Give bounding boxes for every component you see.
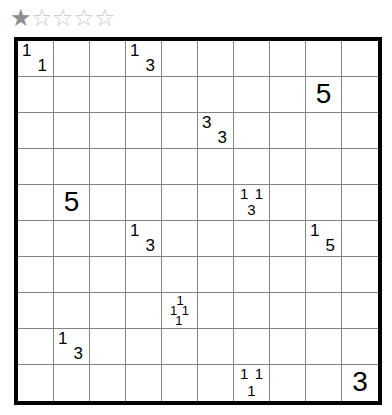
grid-cell-r8c7[interactable] [234, 293, 270, 329]
grid-cell-r2c1[interactable] [18, 77, 54, 113]
grid-cell-r7c7[interactable] [234, 257, 270, 293]
grid-cell-r10c3[interactable] [90, 365, 126, 401]
grid-cell-r7c10[interactable] [342, 257, 378, 293]
grid-cell-r4c5[interactable] [162, 149, 198, 185]
grid-cell-r6c1[interactable] [18, 221, 54, 257]
grid-cell-r3c4[interactable] [126, 113, 162, 149]
grid-cell-r5c10[interactable] [342, 185, 378, 221]
tapa-board: 1113533511313151111131113 [14, 37, 382, 405]
grid-cell-r4c8[interactable] [270, 149, 306, 185]
clue-number: 3 [74, 345, 83, 362]
grid-cell-r2c3[interactable] [90, 77, 126, 113]
grid-cell-r3c10[interactable] [342, 113, 378, 149]
grid-cell-r7c3[interactable] [90, 257, 126, 293]
clue-cell-r6c9: 15 [306, 221, 342, 257]
grid-cell-r9c7[interactable] [234, 329, 270, 365]
grid-cell-r10c1[interactable] [18, 365, 54, 401]
clue-cell-r1c1: 11 [18, 41, 54, 77]
clue-number: 3 [247, 202, 255, 217]
clue-number: 1 [58, 330, 67, 347]
grid-cell-r5c6[interactable] [198, 185, 234, 221]
grid-cell-r1c3[interactable] [90, 41, 126, 77]
grid-cell-r3c8[interactable] [270, 113, 306, 149]
clue-number: 5 [326, 237, 335, 254]
clue-number: 5 [316, 80, 332, 108]
grid-cell-r9c1[interactable] [18, 329, 54, 365]
grid-cell-r10c2[interactable] [54, 365, 90, 401]
grid-cell-r7c2[interactable] [54, 257, 90, 293]
clue-number: 3 [218, 129, 227, 146]
star-filled-icon: ★ [10, 6, 31, 30]
clue-cell-r6c4: 13 [126, 221, 162, 257]
grid-cell-r7c6[interactable] [198, 257, 234, 293]
grid-cell-r3c2[interactable] [54, 113, 90, 149]
grid-cell-r9c9[interactable] [306, 329, 342, 365]
clue-cell-r2c9: 5 [306, 77, 342, 113]
grid-cell-r1c2[interactable] [54, 41, 90, 77]
grid-cell-r3c5[interactable] [162, 113, 198, 149]
star-empty-icon: ☆ [31, 6, 52, 30]
grid-cell-r1c5[interactable] [162, 41, 198, 77]
clue-number: 1 [130, 222, 139, 239]
star-empty-icon: ☆ [52, 6, 73, 30]
grid-cell-r1c10[interactable] [342, 41, 378, 77]
clue-number: 1 [130, 42, 139, 59]
grid-cell-r7c1[interactable] [18, 257, 54, 293]
grid-cell-r10c4[interactable] [126, 365, 162, 401]
grid-cell-r3c7[interactable] [234, 113, 270, 149]
grid-cell-r2c5[interactable] [162, 77, 198, 113]
grid-cell-r2c2[interactable] [54, 77, 90, 113]
grid-cell-r8c1[interactable] [18, 293, 54, 329]
star-empty-icon: ☆ [94, 6, 115, 30]
clue-number: 1 [240, 366, 248, 381]
grid-cell-r9c6[interactable] [198, 329, 234, 365]
grid-cell-r8c9[interactable] [306, 293, 342, 329]
grid-cell-r5c1[interactable] [18, 185, 54, 221]
grid-cell-r7c8[interactable] [270, 257, 306, 293]
grid-cell-r5c3[interactable] [90, 185, 126, 221]
grid-cell-r10c5[interactable] [162, 365, 198, 401]
grid-cell-r8c10[interactable] [342, 293, 378, 329]
grid-cell-r1c7[interactable] [234, 41, 270, 77]
grid-cell-r5c4[interactable] [126, 185, 162, 221]
grid-cell-r8c6[interactable] [198, 293, 234, 329]
grid-cell-r6c6[interactable] [198, 221, 234, 257]
grid-cell-r10c9[interactable] [306, 365, 342, 401]
clue-number: 1 [255, 186, 263, 201]
grid-cell-r9c4[interactable] [126, 329, 162, 365]
grid-cell-r6c10[interactable] [342, 221, 378, 257]
clue-cell-r10c10: 3 [342, 365, 378, 401]
grid-cell-r10c6[interactable] [198, 365, 234, 401]
grid-cell-r8c2[interactable] [54, 293, 90, 329]
clue-number: 1 [38, 57, 47, 74]
clue-number: 3 [146, 57, 155, 74]
grid-cell-r1c6[interactable] [198, 41, 234, 77]
clue-cell-r9c2: 13 [54, 329, 90, 365]
grid-cell-r4c7[interactable] [234, 149, 270, 185]
grid-cell-r5c9[interactable] [306, 185, 342, 221]
clue-number: 1 [310, 222, 319, 239]
grid-cell-r9c10[interactable] [342, 329, 378, 365]
grid-cell-r3c9[interactable] [306, 113, 342, 149]
grid-cell-r1c9[interactable] [306, 41, 342, 77]
grid-cell-r9c5[interactable] [162, 329, 198, 365]
grid-cell-r9c3[interactable] [90, 329, 126, 365]
clue-cell-r5c7: 113 [234, 185, 270, 221]
grid-cell-r4c6[interactable] [198, 149, 234, 185]
grid-cell-r10c8[interactable] [270, 365, 306, 401]
grid-cell-r3c1[interactable] [18, 113, 54, 149]
grid-cell-r9c8[interactable] [270, 329, 306, 365]
clue-number: 1 [182, 303, 189, 316]
grid-cell-r6c7[interactable] [234, 221, 270, 257]
clue-number: 3 [202, 114, 211, 131]
grid-cell-r1c8[interactable] [270, 41, 306, 77]
clue-cell-r10c7: 111 [234, 365, 270, 401]
clue-number: 3 [146, 237, 155, 254]
grid-cell-r2c10[interactable] [342, 77, 378, 113]
puzzle-page: ★☆☆☆☆ 1113533511313151111131113 [0, 0, 392, 405]
clue-cell-r1c4: 13 [126, 41, 162, 77]
star-empty-icon: ☆ [73, 6, 94, 30]
grid-cell-r4c9[interactable] [306, 149, 342, 185]
clue-number: 1 [255, 366, 263, 381]
grid-cell-r2c7[interactable] [234, 77, 270, 113]
grid-cell-r5c8[interactable] [270, 185, 306, 221]
grid-cell-r8c3[interactable] [90, 293, 126, 329]
clue-number: 5 [64, 188, 80, 216]
clue-number: 1 [22, 42, 31, 59]
grid-cell-r7c5[interactable] [162, 257, 198, 293]
clue-number: 1 [175, 314, 182, 327]
grid-cell-r6c5[interactable] [162, 221, 198, 257]
grid-cell-r5c5[interactable] [162, 185, 198, 221]
clue-number: 3 [352, 368, 368, 396]
clue-number: 1 [240, 186, 248, 201]
grid-cell-r6c8[interactable] [270, 221, 306, 257]
grid-cell-r2c6[interactable] [198, 77, 234, 113]
clue-cell-r8c5: 1111 [162, 293, 198, 329]
grid-cell-r4c10[interactable] [342, 149, 378, 185]
clue-number: 1 [247, 383, 255, 398]
grid-cell-r6c3[interactable] [90, 221, 126, 257]
difficulty-rating: ★☆☆☆☆ [10, 6, 392, 32]
grid-cell-r2c8[interactable] [270, 77, 306, 113]
grid-cell-r7c4[interactable] [126, 257, 162, 293]
grid-cell-r7c9[interactable] [306, 257, 342, 293]
grid-cell-r8c8[interactable] [270, 293, 306, 329]
grid-cell-r3c3[interactable] [90, 113, 126, 149]
grid-cell-r4c2[interactable] [54, 149, 90, 185]
grid-cell-r2c4[interactable] [126, 77, 162, 113]
grid-cell-r6c2[interactable] [54, 221, 90, 257]
grid-cell-r4c1[interactable] [18, 149, 54, 185]
grid-cell-r8c4[interactable] [126, 293, 162, 329]
grid-cell-r4c4[interactable] [126, 149, 162, 185]
clue-cell-r5c2: 5 [54, 185, 90, 221]
grid-cell-r4c3[interactable] [90, 149, 126, 185]
clue-cell-r3c6: 33 [198, 113, 234, 149]
